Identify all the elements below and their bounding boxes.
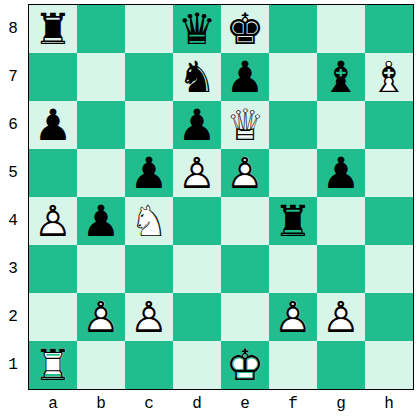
square-b8[interactable]: [77, 5, 125, 53]
piece-glyph: ♚: [221, 5, 269, 53]
square-d4[interactable]: [173, 197, 221, 245]
piece-glyph: ♛: [173, 5, 221, 53]
piece-glyph: ♟: [317, 149, 365, 197]
white-queen[interactable]: ♛♕: [221, 101, 269, 149]
square-a3[interactable]: [29, 245, 77, 293]
square-f2[interactable]: ♟♙: [269, 293, 317, 341]
rank-label-7: 7: [0, 53, 26, 101]
black-pawn[interactable]: ♟: [125, 149, 173, 197]
white-pawn[interactable]: ♟♙: [77, 293, 125, 341]
square-e3[interactable]: [221, 245, 269, 293]
file-label-f: f: [269, 391, 317, 417]
piece-outline: ♗: [365, 53, 413, 101]
black-knight[interactable]: ♞: [173, 53, 221, 101]
square-g2[interactable]: ♟♙: [317, 293, 365, 341]
white-bishop[interactable]: ♝♗: [365, 53, 413, 101]
square-b1[interactable]: [77, 341, 125, 389]
rank-label-5: 5: [0, 149, 26, 197]
black-pawn[interactable]: ♟: [77, 197, 125, 245]
square-g8[interactable]: [317, 5, 365, 53]
chess-board: ♜♛♚♞♟♝♝♗♟♟♛♕♟♟♙♟♙♟♟♙♟♞♘♜♟♙♟♙♟♙♟♙♜♖♚♔: [28, 4, 414, 390]
file-label-d: d: [173, 391, 221, 417]
square-a8[interactable]: ♜: [29, 5, 77, 53]
black-bishop[interactable]: ♝: [317, 53, 365, 101]
piece-outline: ♙: [125, 293, 173, 341]
square-a7[interactable]: [29, 53, 77, 101]
square-g1[interactable]: [317, 341, 365, 389]
piece-glyph: ♝: [317, 53, 365, 101]
square-d3[interactable]: [173, 245, 221, 293]
square-f1[interactable]: [269, 341, 317, 389]
square-h6[interactable]: [365, 101, 413, 149]
file-label-a: a: [29, 391, 77, 417]
piece-outline: ♙: [77, 293, 125, 341]
piece-glyph: ♟: [221, 53, 269, 101]
square-a5[interactable]: [29, 149, 77, 197]
square-a1[interactable]: ♜♖: [29, 341, 77, 389]
square-d5[interactable]: ♟♙: [173, 149, 221, 197]
square-c2[interactable]: ♟♙: [125, 293, 173, 341]
square-h7[interactable]: ♝♗: [365, 53, 413, 101]
square-f4[interactable]: ♜: [269, 197, 317, 245]
black-pawn[interactable]: ♟: [317, 149, 365, 197]
piece-outline: ♙: [173, 149, 221, 197]
square-h3[interactable]: [365, 245, 413, 293]
piece-glyph: ♞: [173, 53, 221, 101]
piece-outline: ♘: [125, 197, 173, 245]
piece-outline: ♙: [317, 293, 365, 341]
square-f3[interactable]: [269, 245, 317, 293]
white-pawn[interactable]: ♟♙: [269, 293, 317, 341]
rank-labels: 87654321: [0, 4, 28, 390]
black-pawn[interactable]: ♟: [29, 101, 77, 149]
piece-glyph: ♟: [125, 149, 173, 197]
white-rook[interactable]: ♜♖: [29, 341, 77, 389]
square-c3[interactable]: [125, 245, 173, 293]
rank-label-3: 3: [0, 245, 26, 293]
file-label-b: b: [77, 391, 125, 417]
black-queen[interactable]: ♛: [173, 5, 221, 53]
file-label-c: c: [125, 391, 173, 417]
square-g7[interactable]: ♝: [317, 53, 365, 101]
black-rook[interactable]: ♜: [269, 197, 317, 245]
square-g4[interactable]: [317, 197, 365, 245]
piece-glyph: ♜: [29, 5, 77, 53]
square-e6[interactable]: ♛♕: [221, 101, 269, 149]
white-pawn[interactable]: ♟♙: [317, 293, 365, 341]
chess-board-diagram: 87654321 ♜♛♚♞♟♝♝♗♟♟♛♕♟♟♙♟♙♟♟♙♟♞♘♜♟♙♟♙♟♙♟…: [0, 0, 418, 418]
rank-label-6: 6: [0, 101, 26, 149]
square-e1[interactable]: ♚♔: [221, 341, 269, 389]
file-label-e: e: [221, 391, 269, 417]
square-h2[interactable]: [365, 293, 413, 341]
square-d1[interactable]: [173, 341, 221, 389]
square-f7[interactable]: [269, 53, 317, 101]
square-d7[interactable]: ♞: [173, 53, 221, 101]
white-king[interactable]: ♚♔: [221, 341, 269, 389]
square-c5[interactable]: ♟: [125, 149, 173, 197]
file-label-h: h: [365, 391, 413, 417]
piece-glyph: ♟: [29, 101, 77, 149]
piece-outline: ♕: [221, 101, 269, 149]
square-e4[interactable]: [221, 197, 269, 245]
square-b2[interactable]: ♟♙: [77, 293, 125, 341]
square-b6[interactable]: [77, 101, 125, 149]
black-pawn[interactable]: ♟: [173, 101, 221, 149]
square-b7[interactable]: [77, 53, 125, 101]
square-b5[interactable]: [77, 149, 125, 197]
square-b4[interactable]: ♟: [77, 197, 125, 245]
piece-outline: ♖: [29, 341, 77, 389]
square-c7[interactable]: [125, 53, 173, 101]
rank-label-8: 8: [0, 5, 26, 53]
file-labels: abcdefgh: [28, 391, 414, 418]
black-rook[interactable]: ♜: [29, 5, 77, 53]
square-f5[interactable]: [269, 149, 317, 197]
square-h5[interactable]: [365, 149, 413, 197]
black-pawn[interactable]: ♟: [221, 53, 269, 101]
square-h4[interactable]: [365, 197, 413, 245]
square-b3[interactable]: [77, 245, 125, 293]
piece-outline: ♔: [221, 341, 269, 389]
piece-glyph: ♜: [269, 197, 317, 245]
piece-glyph: ♟: [77, 197, 125, 245]
square-d6[interactable]: ♟: [173, 101, 221, 149]
square-f8[interactable]: [269, 5, 317, 53]
white-pawn[interactable]: ♟♙: [173, 149, 221, 197]
square-f6[interactable]: [269, 101, 317, 149]
square-d8[interactable]: ♛: [173, 5, 221, 53]
square-h1[interactable]: [365, 341, 413, 389]
piece-glyph: ♟: [173, 101, 221, 149]
piece-outline: ♙: [29, 197, 77, 245]
rank-label-2: 2: [0, 293, 26, 341]
square-c1[interactable]: [125, 341, 173, 389]
piece-outline: ♙: [269, 293, 317, 341]
rank-label-4: 4: [0, 197, 26, 245]
square-g5[interactable]: ♟: [317, 149, 365, 197]
square-e5[interactable]: ♟♙: [221, 149, 269, 197]
white-pawn[interactable]: ♟♙: [29, 197, 77, 245]
white-knight[interactable]: ♞♘: [125, 197, 173, 245]
file-label-g: g: [317, 391, 365, 417]
square-e8[interactable]: ♚: [221, 5, 269, 53]
square-a2[interactable]: [29, 293, 77, 341]
white-pawn[interactable]: ♟♙: [125, 293, 173, 341]
white-pawn[interactable]: ♟♙: [221, 149, 269, 197]
square-e7[interactable]: ♟: [221, 53, 269, 101]
square-c4[interactable]: ♞♘: [125, 197, 173, 245]
square-a6[interactable]: ♟: [29, 101, 77, 149]
black-king[interactable]: ♚: [221, 5, 269, 53]
square-h8[interactable]: [365, 5, 413, 53]
square-e2[interactable]: [221, 293, 269, 341]
rank-label-1: 1: [0, 341, 26, 389]
square-c6[interactable]: [125, 101, 173, 149]
square-d2[interactable]: [173, 293, 221, 341]
square-g3[interactable]: [317, 245, 365, 293]
piece-outline: ♙: [221, 149, 269, 197]
square-a4[interactable]: ♟♙: [29, 197, 77, 245]
square-g6[interactable]: [317, 101, 365, 149]
square-c8[interactable]: [125, 5, 173, 53]
